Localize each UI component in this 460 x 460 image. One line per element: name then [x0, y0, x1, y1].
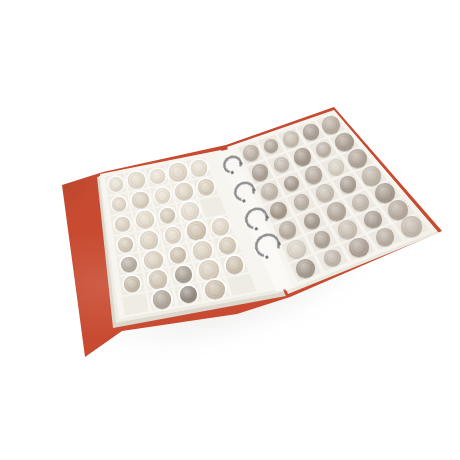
coin-album-photo: [0, 0, 460, 460]
binder-ring: [241, 204, 271, 233]
binder-ring: [231, 178, 258, 205]
binder-ring: [220, 153, 245, 177]
binder-ring: [252, 229, 285, 261]
binder-rings-layer: [0, 0, 460, 460]
